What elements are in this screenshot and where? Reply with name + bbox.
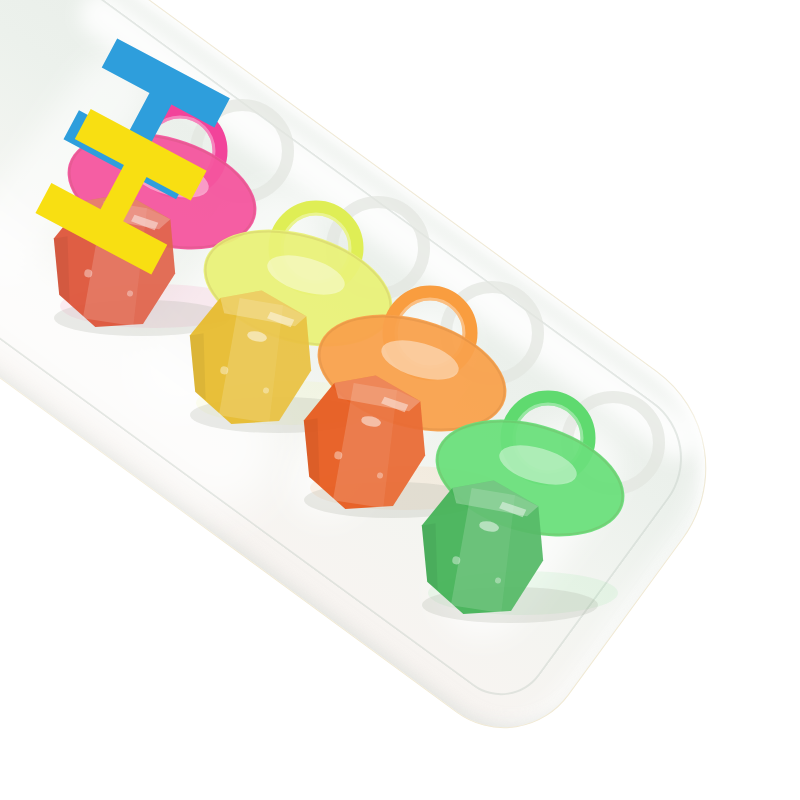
photo-stage: H H xyxy=(0,0,800,800)
brand-logo: H H xyxy=(10,0,310,300)
candy-green xyxy=(388,293,688,633)
